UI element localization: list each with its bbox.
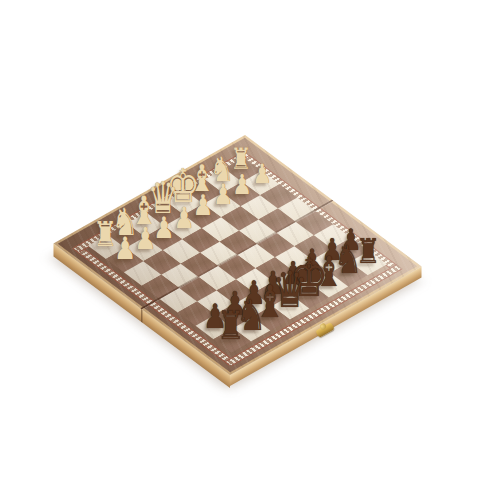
clasp-hook bbox=[319, 322, 327, 330]
chess-set-product-photo: ♜♟♟♜♞♟♟♞♝♟♟♝♚♟♟♚♛♟♟♛♝♟♟♝♞♟♟♞♜♟♟♜ bbox=[0, 0, 500, 500]
fold-seam-side-notch bbox=[141, 309, 142, 323]
chess-board bbox=[54, 135, 422, 375]
